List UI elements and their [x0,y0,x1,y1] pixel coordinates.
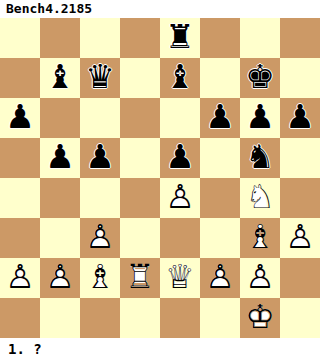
black-piece-glyph: ♟ [280,98,320,138]
square-b4[interactable] [40,178,80,218]
piece-black-rook[interactable]: ♜ [160,18,200,58]
black-piece-glyph: ♟ [200,98,240,138]
square-e5[interactable]: ♟ [160,138,200,178]
white-piece-outline: ♙ [280,218,320,258]
square-d4[interactable] [120,178,160,218]
square-c7[interactable]: ♛ [80,58,120,98]
square-c1[interactable] [80,298,120,338]
square-c2[interactable]: ♝♗ [80,258,120,298]
square-g3[interactable]: ♝♗ [240,218,280,258]
square-e2[interactable]: ♛♕ [160,258,200,298]
square-g8[interactable] [240,18,280,58]
piece-white-king[interactable]: ♚♔ [240,298,280,338]
square-a8[interactable] [0,18,40,58]
piece-white-pawn[interactable]: ♟♙ [200,258,240,298]
piece-black-knight[interactable]: ♞ [240,138,280,178]
square-g7[interactable]: ♚ [240,58,280,98]
white-piece-outline: ♗ [240,218,280,258]
piece-black-pawn[interactable]: ♟ [40,138,80,178]
square-d3[interactable] [120,218,160,258]
square-a4[interactable] [0,178,40,218]
piece-white-pawn[interactable]: ♟♙ [160,178,200,218]
square-f4[interactable] [200,178,240,218]
square-g1[interactable]: ♚♔ [240,298,280,338]
white-piece-outline: ♙ [40,258,80,298]
piece-white-knight[interactable]: ♞♘ [240,178,280,218]
square-f7[interactable] [200,58,240,98]
white-piece-outline: ♘ [240,178,280,218]
white-piece-outline: ♙ [160,178,200,218]
square-d6[interactable] [120,98,160,138]
piece-black-pawn[interactable]: ♟ [200,98,240,138]
black-piece-glyph: ♟ [40,138,80,178]
square-f3[interactable] [200,218,240,258]
square-d7[interactable] [120,58,160,98]
piece-white-rook[interactable]: ♜♖ [120,258,160,298]
square-d5[interactable] [120,138,160,178]
piece-white-pawn[interactable]: ♟♙ [40,258,80,298]
piece-black-pawn[interactable]: ♟ [240,98,280,138]
piece-black-queen[interactable]: ♛ [80,58,120,98]
black-piece-glyph: ♚ [240,58,280,98]
square-g2[interactable]: ♟♙ [240,258,280,298]
square-b3[interactable] [40,218,80,258]
square-b2[interactable]: ♟♙ [40,258,80,298]
square-g5[interactable]: ♞ [240,138,280,178]
square-b6[interactable] [40,98,80,138]
square-a5[interactable] [0,138,40,178]
white-piece-outline: ♙ [240,258,280,298]
piece-white-pawn[interactable]: ♟♙ [240,258,280,298]
square-b5[interactable]: ♟ [40,138,80,178]
square-c6[interactable] [80,98,120,138]
piece-black-bishop[interactable]: ♝ [160,58,200,98]
black-piece-glyph: ♟ [0,98,40,138]
white-piece-outline: ♙ [200,258,240,298]
piece-black-pawn[interactable]: ♟ [160,138,200,178]
square-a6[interactable]: ♟ [0,98,40,138]
white-piece-outline: ♙ [80,218,120,258]
square-f5[interactable] [200,138,240,178]
piece-black-pawn[interactable]: ♟ [80,138,120,178]
piece-white-pawn[interactable]: ♟♙ [280,218,320,258]
black-piece-glyph: ♞ [240,138,280,178]
square-f6[interactable]: ♟ [200,98,240,138]
black-piece-glyph: ♛ [80,58,120,98]
square-e7[interactable]: ♝ [160,58,200,98]
square-c3[interactable]: ♟♙ [80,218,120,258]
piece-black-pawn[interactable]: ♟ [280,98,320,138]
white-piece-outline: ♕ [160,258,200,298]
chess-app: Bench4.2185 ♜♝♛♝♚♟♟♟♟♟♟♟♞♟♙♞♘♟♙♝♗♟♙♟♙♟♙♝… [0,0,320,360]
square-g6[interactable]: ♟ [240,98,280,138]
piece-white-queen[interactable]: ♛♕ [160,258,200,298]
square-a3[interactable] [0,218,40,258]
square-h1[interactable] [280,298,320,338]
piece-white-pawn[interactable]: ♟♙ [80,218,120,258]
black-piece-glyph: ♝ [40,58,80,98]
square-h8[interactable] [280,18,320,58]
square-f1[interactable] [200,298,240,338]
square-a7[interactable] [0,58,40,98]
black-piece-glyph: ♝ [160,58,200,98]
square-f8[interactable] [200,18,240,58]
square-e6[interactable] [160,98,200,138]
piece-white-bishop[interactable]: ♝♗ [240,218,280,258]
white-piece-outline: ♙ [0,258,40,298]
square-e1[interactable] [160,298,200,338]
piece-black-pawn[interactable]: ♟ [0,98,40,138]
black-piece-glyph: ♟ [80,138,120,178]
square-a1[interactable] [0,298,40,338]
square-b8[interactable] [40,18,80,58]
white-piece-outline: ♖ [120,258,160,298]
square-f2[interactable]: ♟♙ [200,258,240,298]
piece-black-king[interactable]: ♚ [240,58,280,98]
black-piece-glyph: ♜ [160,18,200,58]
square-e4[interactable]: ♟♙ [160,178,200,218]
square-e8[interactable]: ♜ [160,18,200,58]
square-c4[interactable] [80,178,120,218]
piece-white-bishop[interactable]: ♝♗ [80,258,120,298]
square-b7[interactable]: ♝ [40,58,80,98]
black-piece-glyph: ♟ [240,98,280,138]
white-piece-outline: ♔ [240,298,280,338]
square-d2[interactable]: ♜♖ [120,258,160,298]
square-g4[interactable]: ♞♘ [240,178,280,218]
page-title: Bench4.2185 [0,0,320,18]
square-h2[interactable] [280,258,320,298]
black-piece-glyph: ♟ [160,138,200,178]
square-a2[interactable]: ♟♙ [0,258,40,298]
square-d1[interactable] [120,298,160,338]
square-e3[interactable] [160,218,200,258]
chess-board[interactable]: ♜♝♛♝♚♟♟♟♟♟♟♟♞♟♙♞♘♟♙♝♗♟♙♟♙♟♙♝♗♜♖♛♕♟♙♟♙♚♔ [0,18,320,338]
square-d8[interactable] [120,18,160,58]
square-c8[interactable] [80,18,120,58]
square-h7[interactable] [280,58,320,98]
move-prompt: 1. ? [0,338,320,360]
square-h5[interactable] [280,138,320,178]
square-c5[interactable]: ♟ [80,138,120,178]
square-b1[interactable] [40,298,80,338]
white-piece-outline: ♗ [80,258,120,298]
piece-white-pawn[interactable]: ♟♙ [0,258,40,298]
square-h6[interactable]: ♟ [280,98,320,138]
square-h3[interactable]: ♟♙ [280,218,320,258]
piece-black-bishop[interactable]: ♝ [40,58,80,98]
square-h4[interactable] [280,178,320,218]
